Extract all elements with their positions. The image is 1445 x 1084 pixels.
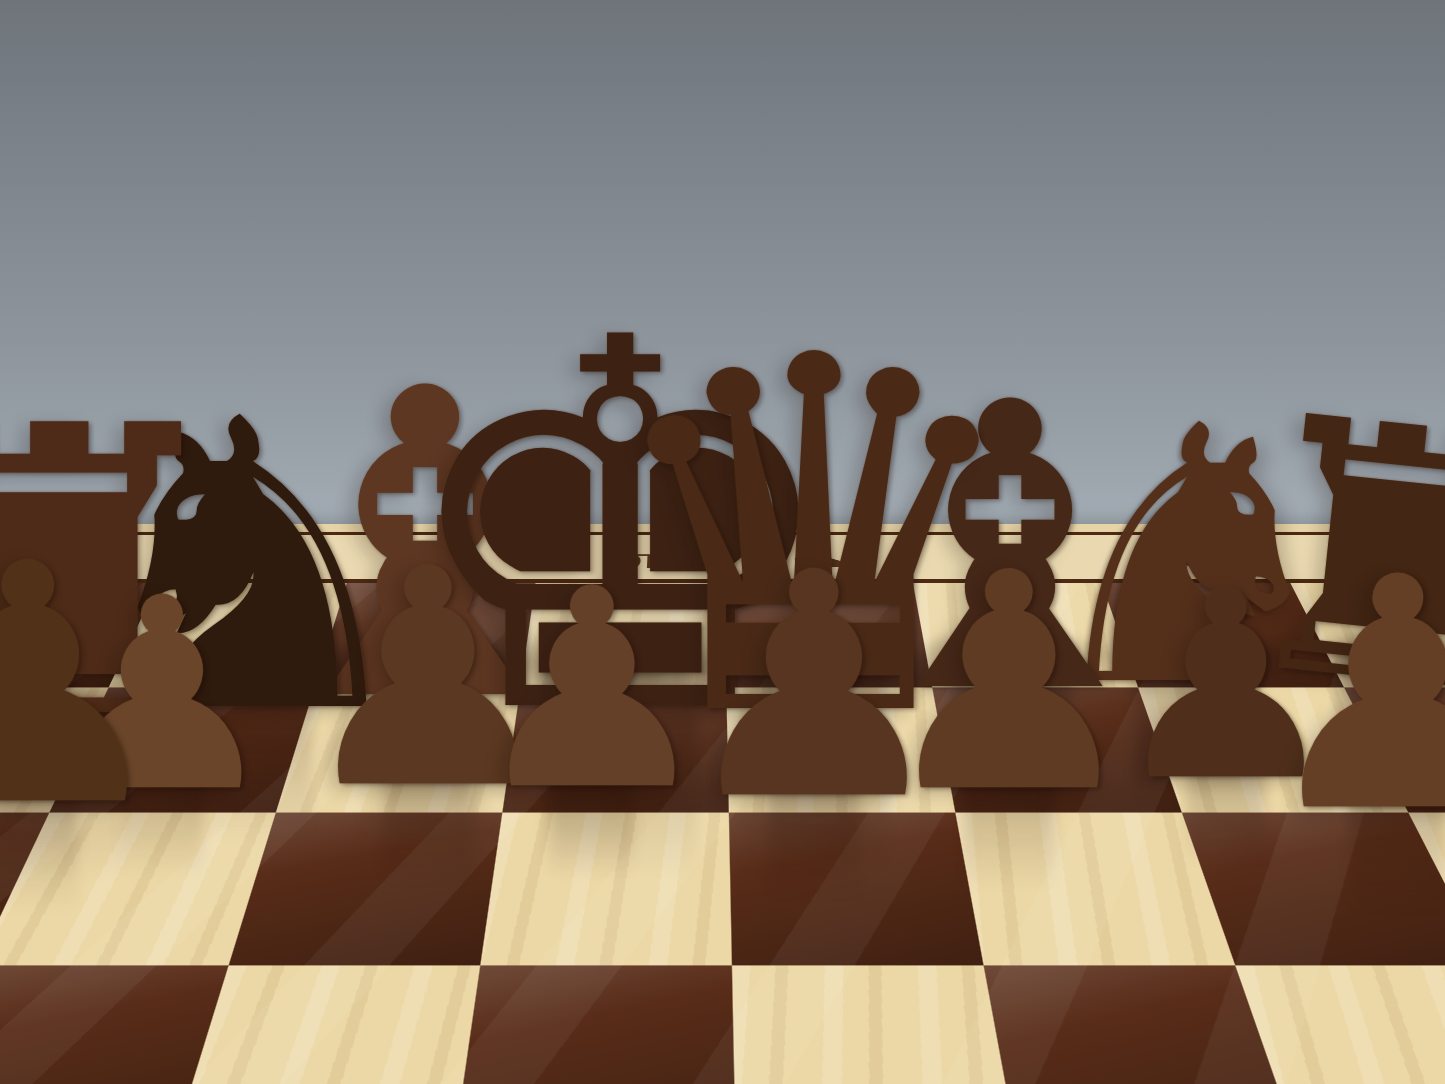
board-outer-edge [0, 524, 1445, 532]
rank-label-cell: 7 [160, 533, 362, 579]
rank-label-cell: 4 [723, 533, 912, 579]
rank-label: 5 [599, 551, 662, 572]
rank-label: 7 [225, 551, 295, 572]
board-square[interactable] [229, 813, 503, 966]
rank-label-cell: 2 [1084, 533, 1288, 579]
board-squares [0, 579, 1445, 1084]
board-square[interactable] [726, 687, 955, 812]
chessboard: 87654321 [0, 524, 1445, 1084]
board-square[interactable] [913, 583, 1138, 687]
board-scene: 87654321 [0, 0, 1445, 1084]
rank-label: 3 [968, 551, 1036, 572]
board-square[interactable] [724, 583, 932, 687]
board-square[interactable] [729, 813, 984, 966]
rank-label: 2 [1151, 551, 1222, 572]
photo-frame: 87654321 ♜♞♝♚♛♝♞♜♟♟♟♟♟♟♟♟ [0, 0, 1445, 1084]
rank-label-cell: 3 [904, 533, 1101, 579]
rank-label: 8 [38, 551, 112, 572]
board-square[interactable] [520, 583, 726, 687]
rank-label-cell: 5 [536, 533, 724, 579]
rank-label-cell: 1 [1265, 533, 1445, 579]
rank-label-cell: 6 [348, 533, 543, 579]
board-square[interactable] [314, 583, 535, 687]
rank-label: 6 [412, 551, 479, 572]
rank-label-cell: 8 [0, 533, 182, 579]
board-square[interactable] [502, 687, 728, 812]
rank-label: 4 [784, 551, 848, 572]
rank-label: 1 [1335, 551, 1410, 572]
board-square[interactable] [453, 965, 736, 1084]
board-square[interactable] [276, 687, 521, 812]
board-square[interactable] [732, 965, 1019, 1084]
board-square[interactable] [480, 813, 732, 966]
rank-label-row: 87654321 [0, 535, 1445, 579]
board-square[interactable] [0, 965, 229, 1084]
